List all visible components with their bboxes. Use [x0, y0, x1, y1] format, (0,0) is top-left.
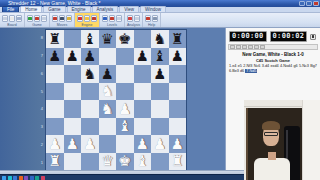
piece-white-king[interactable]: ♚: [118, 154, 131, 169]
app-window: Shredder 12 - New Game, White - Black * …: [0, 0, 320, 180]
tool-glyph: [67, 17, 71, 21]
piece-white-pawn[interactable]: ♟: [118, 101, 131, 116]
webcam-overlay: [244, 100, 320, 180]
piece-black-queen[interactable]: ♛: [101, 31, 114, 46]
square-f1[interactable]: ♝: [134, 153, 152, 171]
tool-glyph: [110, 17, 114, 21]
tool-glyph: [128, 17, 132, 21]
chess-board[interactable]: ♜♝♛♚♞♜♟♟♟♟♝♟♞♟♟♞♞♟♝♟♟♟♟♟♟♜♛♚♝♜: [45, 29, 187, 171]
webcam-person-glasses: [264, 132, 278, 136]
ribbon-group-game: Game: [25, 13, 50, 27]
taskbar-app-icon[interactable]: [24, 176, 28, 180]
ribbon-toolbar: BoardGameMovesEngineLevelsAnalysisHelp: [0, 13, 320, 28]
ribbon-group-label: Analysis: [127, 23, 140, 28]
piece-black-pawn[interactable]: ♟: [66, 49, 79, 64]
square-a8[interactable]: ♜: [46, 30, 64, 48]
ribbon-group-board: Board: [0, 13, 25, 27]
piece-black-pawn[interactable]: ♟: [101, 66, 114, 81]
square-c1[interactable]: [81, 153, 99, 171]
webcam-doorframe: [246, 108, 248, 180]
square-a2[interactable]: ♟: [46, 135, 64, 153]
square-g6[interactable]: ♟: [151, 65, 169, 83]
moves-tool-icon[interactable]: [66, 15, 72, 22]
square-a7[interactable]: ♟: [46, 48, 64, 66]
square-e6[interactable]: [116, 65, 134, 83]
tool-glyph: [28, 17, 32, 21]
square-e2[interactable]: [116, 135, 134, 153]
piece-white-pawn[interactable]: ♟: [171, 136, 184, 151]
ribbon-group-label: Moves: [57, 23, 67, 28]
square-c3[interactable]: [81, 118, 99, 136]
tool-glyph: [17, 17, 21, 21]
webcam-wall-edge: [302, 100, 303, 180]
ribbon-group-label: Engine: [82, 23, 93, 28]
square-e3[interactable]: ♝: [116, 118, 134, 136]
tool-glyph: [103, 17, 107, 21]
ribbon-group-label: Help: [148, 23, 155, 28]
square-g7[interactable]: ♝: [151, 48, 169, 66]
tool-glyph: [92, 17, 96, 21]
square-f4[interactable]: [134, 100, 152, 118]
notation-options-button[interactable]: [260, 45, 265, 49]
square-d7[interactable]: [99, 48, 117, 66]
ribbon-tab-engine[interactable]: Engine: [67, 6, 91, 13]
board-tool-icon[interactable]: [9, 15, 15, 22]
notation-next-move-button[interactable]: [242, 45, 247, 49]
ribbon-tab-view[interactable]: View: [119, 6, 139, 13]
webcam-person-hair: [262, 121, 280, 130]
square-f2[interactable]: ♟: [134, 135, 152, 153]
square-h5[interactable]: [169, 83, 187, 101]
ribbon-group-label: Board: [7, 23, 16, 28]
rank-label-7: 7: [37, 47, 44, 65]
levels-tool-icon[interactable]: [116, 15, 122, 22]
ribbon-group-icons: [145, 14, 158, 23]
notation-prev-move-button[interactable]: [236, 45, 241, 49]
square-b1[interactable]: [64, 153, 82, 171]
close-button[interactable]: [313, 1, 319, 6]
square-h8[interactable]: ♜: [169, 30, 187, 48]
piece-white-pawn[interactable]: ♟: [83, 136, 96, 151]
piece-black-pawn[interactable]: ♟: [136, 49, 149, 64]
square-h6[interactable]: [169, 65, 187, 83]
rank-label-2: 2: [37, 136, 44, 154]
piece-white-queen[interactable]: ♛: [101, 154, 114, 169]
piece-white-pawn[interactable]: ♟: [153, 136, 166, 151]
engine-tool-icon[interactable]: [84, 15, 90, 22]
square-g3[interactable]: [151, 118, 169, 136]
piece-black-pawn[interactable]: ♟: [48, 49, 61, 64]
clock-row: 0:00:00 0:00:02: [226, 28, 320, 44]
board-tool-icon[interactable]: [16, 15, 22, 22]
square-a6[interactable]: [46, 65, 64, 83]
ribbon-group-analysis: Analysis: [125, 13, 143, 27]
tool-glyph: [78, 17, 82, 21]
ribbon-group-icons: [102, 14, 122, 23]
square-h1[interactable]: ♜: [169, 153, 187, 171]
game-tool-icon[interactable]: [27, 15, 33, 22]
piece-white-rook[interactable]: ♜: [171, 154, 184, 169]
moves-tool-icon[interactable]: [59, 15, 65, 22]
current-move[interactable]: 7.Nd5: [245, 69, 257, 73]
help-tool-icon[interactable]: [152, 15, 158, 22]
taskbar-app-icon[interactable]: [41, 176, 45, 180]
square-h7[interactable]: ♟: [169, 48, 187, 66]
minimize-button[interactable]: [299, 1, 305, 6]
piece-black-rook[interactable]: ♜: [48, 31, 61, 46]
square-h3[interactable]: [169, 118, 187, 136]
square-b3[interactable]: [64, 118, 82, 136]
rank-label-5: 5: [37, 82, 44, 100]
square-h4[interactable]: [169, 100, 187, 118]
rank-label-3: 3: [37, 118, 44, 136]
ribbon-tab-game[interactable]: Game: [43, 6, 65, 13]
square-h2[interactable]: ♟: [169, 135, 187, 153]
board-tool-icon[interactable]: [2, 15, 8, 22]
ribbon-tab-file[interactable]: File: [2, 6, 19, 13]
ribbon-group-icons: [2, 14, 22, 23]
square-a1[interactable]: ♜: [46, 153, 64, 171]
start-button-icon[interactable]: [2, 176, 6, 180]
black-clock: 0:00:02: [270, 31, 308, 42]
ribbon-group-help: Help: [143, 13, 161, 27]
rank-label-1: 1: [37, 153, 44, 171]
taskbar-app-icon[interactable]: [30, 176, 34, 180]
rank-label-6: 6: [37, 65, 44, 83]
square-b5[interactable]: [64, 83, 82, 101]
tool-glyph: [60, 17, 64, 21]
square-e8[interactable]: ♚: [116, 30, 134, 48]
piece-black-knight[interactable]: ♞: [83, 66, 96, 81]
square-b2[interactable]: ♟: [64, 135, 82, 153]
piece-white-pawn[interactable]: ♟: [48, 136, 61, 151]
moves-tool-icon[interactable]: [52, 15, 58, 22]
square-c8[interactable]: ♝: [81, 30, 99, 48]
piece-black-knight[interactable]: ♞: [153, 31, 166, 46]
notation-last-move-button[interactable]: [248, 45, 253, 49]
game-tool-icon[interactable]: [41, 15, 47, 22]
tool-glyph: [85, 17, 89, 21]
tool-glyph: [117, 17, 121, 21]
tool-glyph: [10, 17, 14, 21]
square-c4[interactable]: [81, 100, 99, 118]
notation-edit-button[interactable]: [254, 45, 259, 49]
move-list[interactable]: 1.e4 e5 2.Nf3 Nc6 3.d4 exd4 4.Nxd4 g6 5.…: [226, 63, 320, 76]
square-c6[interactable]: ♞: [81, 65, 99, 83]
tool-glyph: [53, 17, 57, 21]
clock-settings-button[interactable]: [310, 34, 316, 40]
ribbon-group-moves: Moves: [50, 13, 75, 27]
square-b4[interactable]: [64, 100, 82, 118]
notation-toolbar: [228, 44, 318, 50]
square-c7[interactable]: ♟: [81, 48, 99, 66]
moves-before[interactable]: 1.e4 e5 2.Nf3 Nc6 3.d4 exd4 4.Nxd4 g6 5.…: [229, 64, 317, 73]
taskbar-app-icon[interactable]: [19, 176, 23, 180]
taskbar-app-icon[interactable]: [35, 176, 39, 180]
help-tool-icon[interactable]: [145, 15, 151, 22]
white-clock: 0:00:00: [229, 31, 267, 42]
tool-glyph: [135, 17, 139, 21]
maximize-button[interactable]: [306, 1, 312, 6]
square-a3[interactable]: [46, 118, 64, 136]
square-e4[interactable]: ♟: [116, 100, 134, 118]
piece-black-pawn[interactable]: ♟: [83, 49, 96, 64]
square-g4[interactable]: [151, 100, 169, 118]
square-f6[interactable]: [134, 65, 152, 83]
square-d1[interactable]: ♛: [99, 153, 117, 171]
piece-black-king[interactable]: ♚: [118, 31, 131, 46]
square-a4[interactable]: [46, 100, 64, 118]
square-d4[interactable]: ♞: [99, 100, 117, 118]
tool-glyph: [3, 17, 7, 21]
rank-label-4: 4: [37, 100, 44, 118]
tool-glyph: [35, 17, 39, 21]
square-d5[interactable]: ♞: [99, 83, 117, 101]
ribbon-group-engine: Engine: [75, 13, 100, 27]
piece-black-bishop[interactable]: ♝: [83, 31, 96, 46]
square-g5[interactable]: [151, 83, 169, 101]
webcam-person-shirt: [254, 158, 290, 180]
piece-black-pawn[interactable]: ♟: [171, 49, 184, 64]
taskbar-app-icon[interactable]: [13, 176, 17, 180]
webcam-person-neck: [268, 152, 276, 160]
square-g2[interactable]: ♟: [151, 135, 169, 153]
analysis-tool-icon[interactable]: [134, 15, 140, 22]
piece-white-pawn[interactable]: ♟: [136, 136, 149, 151]
piece-white-knight[interactable]: ♞: [101, 101, 114, 116]
square-f5[interactable]: [134, 83, 152, 101]
ribbon-group-icons: [52, 14, 72, 23]
square-d8[interactable]: ♛: [99, 30, 117, 48]
square-b7[interactable]: ♟: [64, 48, 82, 66]
piece-black-bishop[interactable]: ♝: [153, 49, 166, 64]
square-g1[interactable]: [151, 153, 169, 171]
ribbon-tab-analysis[interactable]: Analysis: [92, 6, 119, 13]
square-c2[interactable]: ♟: [81, 135, 99, 153]
square-d3[interactable]: [99, 118, 117, 136]
engine-tool-icon[interactable]: [77, 15, 83, 22]
engine-tool-icon[interactable]: [91, 15, 97, 22]
rank-labels: 87654321: [37, 29, 44, 171]
tool-glyph: [153, 17, 157, 21]
square-f8[interactable]: [134, 30, 152, 48]
square-a5[interactable]: [46, 83, 64, 101]
piece-white-pawn[interactable]: ♟: [66, 136, 79, 151]
square-g8[interactable]: ♞: [151, 30, 169, 48]
analysis-tool-icon[interactable]: [127, 15, 133, 22]
tool-glyph: [42, 17, 46, 21]
piece-white-knight[interactable]: ♞: [101, 84, 114, 99]
square-e5[interactable]: [116, 83, 134, 101]
ribbon-group-label: Levels: [107, 23, 117, 28]
piece-black-rook[interactable]: ♜: [171, 31, 184, 46]
piece-black-pawn[interactable]: ♟: [153, 66, 166, 81]
notation-first-move-button[interactable]: [230, 45, 235, 49]
piece-white-bishop[interactable]: ♝: [118, 119, 131, 134]
ribbon-tab-window[interactable]: Window: [140, 6, 166, 13]
ribbon-tab-home[interactable]: Home: [20, 6, 42, 13]
ribbon-group-levels: Levels: [100, 13, 125, 27]
square-c5[interactable]: [81, 83, 99, 101]
square-e1[interactable]: ♚: [116, 153, 134, 171]
clock-settings-icon: [312, 35, 315, 38]
ribbon-group-icons: [77, 14, 97, 23]
square-d2[interactable]: [99, 135, 117, 153]
tool-glyph: [146, 17, 150, 21]
square-e7[interactable]: [116, 48, 134, 66]
levels-tool-icon[interactable]: [109, 15, 115, 22]
ribbon-group-icons: [127, 14, 140, 23]
window-controls: [299, 1, 319, 6]
ribbon-group-label: Game: [32, 23, 42, 28]
piece-white-bishop[interactable]: ♝: [136, 154, 149, 169]
rank-label-8: 8: [37, 29, 44, 47]
ribbon-group-icons: [27, 14, 47, 23]
square-d6[interactable]: ♟: [99, 65, 117, 83]
square-f7[interactable]: ♟: [134, 48, 152, 66]
levels-tool-icon[interactable]: [102, 15, 108, 22]
webcam-right-wall: [302, 100, 320, 180]
square-b8[interactable]: [64, 30, 82, 48]
square-f3[interactable]: [134, 118, 152, 136]
square-b6[interactable]: [64, 65, 82, 83]
game-tool-icon[interactable]: [34, 15, 40, 22]
taskbar-app-icon[interactable]: [8, 176, 12, 180]
piece-white-rook[interactable]: ♜: [48, 154, 61, 169]
